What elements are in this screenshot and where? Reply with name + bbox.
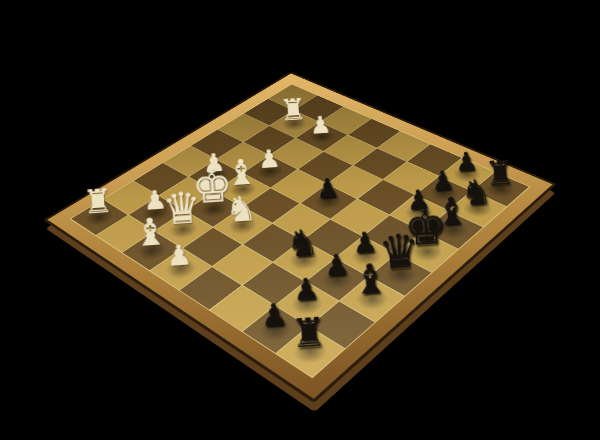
piece-shadow	[481, 177, 521, 201]
piece-shadow	[424, 181, 464, 205]
piece-shadow	[287, 334, 334, 369]
piece-shadow	[131, 237, 173, 264]
piece-shadow	[457, 196, 498, 221]
board-wood-frame: ♟♜♜♟♟♞♟♝♟♟♚♟♝♟♛♚♞♞♟♝♟♛♟♜♝♟♟♜	[43, 72, 557, 403]
piece-shadow	[379, 260, 423, 290]
chessboard-photo-scene: ♟♜♜♟♟♞♟♝♟♟♚♟♝♟♛♚♞♞♟♝♟♛♟♜♝♟♟♜	[0, 0, 600, 440]
piece-shadow	[194, 197, 234, 222]
black-rook: ♜	[469, 155, 531, 190]
piece-shadow	[406, 238, 449, 266]
chess-board: ♟♜♜♟♟♞♟♝♟♟♚♟♝♟♛♚♞♞♟♝♟♛♟♜♝♟♟♜	[43, 72, 557, 403]
board-grid: ♟♜♜♟♟♞♟♝♟♟♚♟♝♟♛♚♞♞♟♝♟♛♟♜♝♟♟♜	[70, 84, 530, 379]
piece-shadow	[345, 242, 388, 270]
piece-shadow	[315, 264, 359, 294]
piece-shadow	[350, 283, 395, 314]
piece-shadow	[197, 164, 235, 186]
